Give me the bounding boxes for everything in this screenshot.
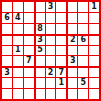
- sudoku-cell-r7c9[interactable]: [89, 67, 99, 77]
- sudoku-cell-r8c8[interactable]: 5: [78, 78, 88, 88]
- sudoku-cell-r6c6[interactable]: [56, 56, 66, 66]
- sudoku-cell-r6c9[interactable]: [89, 56, 99, 66]
- sudoku-cell-r4c3[interactable]: [24, 35, 34, 45]
- sudoku-cell-r3c2[interactable]: [13, 24, 23, 34]
- sudoku-cell-r1c3[interactable]: [24, 2, 34, 12]
- sudoku-cell-r4c9[interactable]: [89, 35, 99, 45]
- sudoku-cell-r9c5[interactable]: [46, 89, 56, 99]
- sudoku-cell-r5c2[interactable]: 1: [13, 46, 23, 56]
- sudoku-cell-r7c7[interactable]: [67, 67, 77, 77]
- sudoku-cell-r7c1[interactable]: 3: [2, 67, 12, 77]
- sudoku-cell-r1c2[interactable]: [13, 2, 23, 12]
- sudoku-cell-r7c3[interactable]: [24, 67, 34, 77]
- sudoku-cell-r6c5[interactable]: [46, 56, 56, 66]
- sudoku-cell-r5c8[interactable]: [78, 46, 88, 56]
- sudoku-cell-r2c5[interactable]: [46, 13, 56, 23]
- sudoku-cell-r2c1[interactable]: 6: [2, 13, 12, 23]
- sudoku-cell-r7c6[interactable]: 7: [56, 67, 66, 77]
- sudoku-cell-r9c9[interactable]: [89, 89, 99, 99]
- sudoku-cell-r8c5[interactable]: [46, 78, 56, 88]
- sudoku-cell-r9c3[interactable]: [24, 89, 34, 99]
- sudoku-cell-r4c4[interactable]: 3: [35, 35, 45, 45]
- sudoku-cell-r6c7[interactable]: 3: [67, 56, 77, 66]
- sudoku-cell-r8c4[interactable]: [35, 78, 45, 88]
- sudoku-cell-r4c2[interactable]: [13, 35, 23, 45]
- sudoku-cell-r1c7[interactable]: [67, 2, 77, 12]
- sudoku-cell-r9c6[interactable]: [56, 89, 66, 99]
- sudoku-cell-r8c6[interactable]: 1: [56, 78, 66, 88]
- sudoku-cell-r8c2[interactable]: [13, 78, 23, 88]
- sudoku-cell-r8c7[interactable]: [67, 78, 77, 88]
- sudoku-cell-r7c2[interactable]: [13, 67, 23, 77]
- sudoku-cell-r3c8[interactable]: [78, 24, 88, 34]
- sudoku-cell-r1c5[interactable]: 3: [46, 2, 56, 12]
- sudoku-cell-r2c2[interactable]: 4: [13, 13, 23, 23]
- sudoku-cell-r7c5[interactable]: 2: [46, 67, 56, 77]
- sudoku-board: 31648326157332715: [0, 0, 101, 101]
- sudoku-cell-r5c1[interactable]: [2, 46, 12, 56]
- sudoku-cell-r2c8[interactable]: [78, 13, 88, 23]
- sudoku-cell-r4c7[interactable]: 2: [67, 35, 77, 45]
- sudoku-cell-r8c1[interactable]: [2, 78, 12, 88]
- sudoku-cell-r8c9[interactable]: [89, 78, 99, 88]
- sudoku-cell-r6c4[interactable]: [35, 56, 45, 66]
- sudoku-cell-r7c8[interactable]: [78, 67, 88, 77]
- sudoku-cell-r2c6[interactable]: [56, 13, 66, 23]
- sudoku-cell-r3c5[interactable]: [46, 24, 56, 34]
- sudoku-cell-r9c7[interactable]: [67, 89, 77, 99]
- sudoku-cell-r6c2[interactable]: [13, 56, 23, 66]
- sudoku-cell-r1c4[interactable]: [35, 2, 45, 12]
- sudoku-cell-r2c4[interactable]: [35, 13, 45, 23]
- sudoku-cell-r8c3[interactable]: [24, 78, 34, 88]
- sudoku-cell-r5c5[interactable]: [46, 46, 56, 56]
- sudoku-cell-r5c7[interactable]: [67, 46, 77, 56]
- sudoku-cell-r9c2[interactable]: [13, 89, 23, 99]
- sudoku-cell-r3c3[interactable]: [24, 24, 34, 34]
- sudoku-cell-r2c7[interactable]: [67, 13, 77, 23]
- sudoku-cell-r9c8[interactable]: [78, 89, 88, 99]
- sudoku-cell-r5c3[interactable]: [24, 46, 34, 56]
- sudoku-cell-r6c3[interactable]: 7: [24, 56, 34, 66]
- sudoku-cell-r3c1[interactable]: [2, 24, 12, 34]
- sudoku-cell-r5c4[interactable]: 5: [35, 46, 45, 56]
- sudoku-cell-r4c5[interactable]: [46, 35, 56, 45]
- sudoku-cell-r6c8[interactable]: [78, 56, 88, 66]
- sudoku-cell-r5c9[interactable]: [89, 46, 99, 56]
- sudoku-cell-r1c8[interactable]: [78, 2, 88, 12]
- sudoku-cell-r9c1[interactable]: [2, 89, 12, 99]
- sudoku-cell-r3c9[interactable]: [89, 24, 99, 34]
- sudoku-cell-r1c9[interactable]: 1: [89, 2, 99, 12]
- sudoku-cell-r3c6[interactable]: [56, 24, 66, 34]
- sudoku-cell-r1c6[interactable]: [56, 2, 66, 12]
- sudoku-cell-r3c7[interactable]: [67, 24, 77, 34]
- sudoku-cell-r3c4[interactable]: 8: [35, 24, 45, 34]
- sudoku-cell-r9c4[interactable]: [35, 89, 45, 99]
- sudoku-cell-r4c8[interactable]: 6: [78, 35, 88, 45]
- sudoku-cell-r7c4[interactable]: [35, 67, 45, 77]
- sudoku-cell-r2c3[interactable]: [24, 13, 34, 23]
- sudoku-cell-r6c1[interactable]: [2, 56, 12, 66]
- sudoku-cell-r5c6[interactable]: [56, 46, 66, 56]
- sudoku-cell-r2c9[interactable]: [89, 13, 99, 23]
- sudoku-cell-r1c1[interactable]: [2, 2, 12, 12]
- sudoku-cell-r4c1[interactable]: [2, 35, 12, 45]
- sudoku-cell-r4c6[interactable]: [56, 35, 66, 45]
